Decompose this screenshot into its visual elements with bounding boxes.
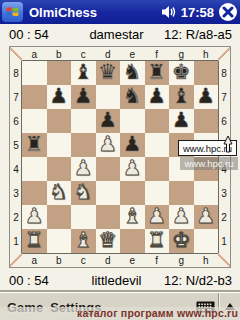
square-d1[interactable]: ♛ <box>96 229 121 253</box>
file-label-c: c <box>71 253 96 267</box>
square-b6[interactable] <box>47 109 72 133</box>
piece-black-bishop: ♝ <box>172 84 191 108</box>
piece-white-pawn: ♟ <box>123 156 142 180</box>
board-corner <box>218 47 230 61</box>
square-e1[interactable] <box>120 229 145 253</box>
piece-white-queen: ♛ <box>98 228 117 252</box>
square-e2[interactable]: ♝ <box>120 205 145 229</box>
start-menu-button[interactable] <box>2 2 23 22</box>
rank-label-3: 3 <box>10 181 22 205</box>
square-a1[interactable]: ♜ <box>22 229 47 253</box>
rank-label-2: 2 <box>218 205 230 229</box>
piece-white-bishop: ♝ <box>123 204 142 228</box>
file-label-f: f <box>145 47 170 61</box>
speaker-icon[interactable] <box>161 5 176 19</box>
square-g3[interactable] <box>169 181 194 205</box>
file-label-b: b <box>47 47 72 61</box>
file-label-e: e <box>120 253 145 267</box>
board-corner <box>10 47 22 61</box>
square-c1[interactable]: ♝ <box>71 229 96 253</box>
file-label-g: g <box>169 253 194 267</box>
piece-white-pawn: ♟ <box>98 132 117 156</box>
piece-black-pawn: ♟ <box>98 108 117 132</box>
piece-white-knight: ♞ <box>49 180 68 204</box>
square-f4[interactable] <box>145 157 170 181</box>
piece-black-bishop: ♝ <box>74 60 93 84</box>
rank-label-7: 7 <box>218 85 230 109</box>
square-a3[interactable] <box>22 181 47 205</box>
square-h7[interactable]: ♟ <box>194 85 219 109</box>
rank-label-8: 8 <box>10 61 22 85</box>
square-b8[interactable] <box>47 61 72 85</box>
square-g8[interactable]: ♚ <box>169 61 194 85</box>
file-label-g: g <box>169 47 194 61</box>
piece-black-knight: ♞ <box>123 84 142 108</box>
piece-black-pawn: ♟ <box>49 84 68 108</box>
file-label-c: c <box>71 47 96 61</box>
piece-black-pawn: ♟ <box>123 132 142 156</box>
square-c5[interactable] <box>71 133 96 157</box>
square-d5[interactable]: ♟ <box>96 133 121 157</box>
square-b3[interactable]: ♞ <box>47 181 72 205</box>
rank-label-1: 1 <box>218 229 230 253</box>
square-c4[interactable]: ♟ <box>71 157 96 181</box>
system-clock[interactable]: 17:58 <box>181 5 214 20</box>
square-d4[interactable] <box>96 157 121 181</box>
square-h1[interactable] <box>194 229 219 253</box>
square-h8[interactable] <box>194 61 219 85</box>
piece-black-pawn: ♟ <box>147 84 166 108</box>
rank-label-6: 6 <box>10 109 22 133</box>
square-b4[interactable] <box>47 157 72 181</box>
board-corner <box>218 253 230 267</box>
square-d3[interactable] <box>96 181 121 205</box>
piece-black-king: ♚ <box>172 60 191 84</box>
square-e8[interactable]: ♞ <box>120 61 145 85</box>
square-f7[interactable]: ♟ <box>145 85 170 109</box>
rank-label-8: 8 <box>218 61 230 85</box>
file-label-f: f <box>145 253 170 267</box>
square-e7[interactable]: ♞ <box>120 85 145 109</box>
olmichess-app-window: OlmiChess 17:58 00 : 54 damestar <box>0 0 240 320</box>
piece-white-knight: ♞ <box>74 180 93 204</box>
square-e6[interactable] <box>120 109 145 133</box>
file-label-d: d <box>96 253 121 267</box>
stylus-cursor-icon <box>222 135 234 158</box>
piece-white-pawn: ♟ <box>172 204 191 228</box>
square-c8[interactable]: ♝ <box>71 61 96 85</box>
square-a4[interactable] <box>22 157 47 181</box>
square-f6[interactable] <box>145 109 170 133</box>
square-e3[interactable] <box>120 181 145 205</box>
bottom-player-bar: 00 : 54 littledevil 12: N/d2-b3 <box>0 270 240 291</box>
bottom-player-name: littledevil <box>87 273 146 288</box>
windows-logo-icon <box>5 5 20 19</box>
piece-black-knight: ♞ <box>123 60 142 84</box>
square-e4[interactable]: ♟ <box>120 157 145 181</box>
piece-white-pawn: ♟ <box>25 204 44 228</box>
piece-white-pawn: ♟ <box>196 204 215 228</box>
piece-black-pawn: ♟ <box>196 84 215 108</box>
square-g2[interactable]: ♟ <box>169 205 194 229</box>
top-player-bar: 00 : 54 damestar 12: R/a8-a5 <box>0 24 240 45</box>
square-a6[interactable] <box>22 109 47 133</box>
board-corner <box>10 253 22 267</box>
file-label-b: b <box>47 253 72 267</box>
square-c2[interactable] <box>71 205 96 229</box>
square-e5[interactable]: ♟ <box>120 133 145 157</box>
file-label-h: h <box>194 253 219 267</box>
close-button[interactable] <box>219 3 237 21</box>
square-a7[interactable] <box>22 85 47 109</box>
bottom-player-clock: 00 : 54 <box>0 273 87 288</box>
rank-label-7: 7 <box>10 85 22 109</box>
top-player-last-move: 12: R/a8-a5 <box>146 27 240 42</box>
file-label-a: a <box>22 253 47 267</box>
file-label-e: e <box>120 47 145 61</box>
square-g7[interactable]: ♝ <box>169 85 194 109</box>
piece-white-bishop: ♝ <box>74 228 93 252</box>
square-a8[interactable] <box>22 61 47 85</box>
rank-label-6: 6 <box>218 109 230 133</box>
square-d2[interactable] <box>96 205 121 229</box>
square-d7[interactable] <box>96 85 121 109</box>
square-b7[interactable]: ♟ <box>47 85 72 109</box>
square-b5[interactable] <box>47 133 72 157</box>
square-h3[interactable] <box>194 181 219 205</box>
top-player-name: damestar <box>87 27 146 42</box>
piece-white-king: ♚ <box>172 228 191 252</box>
square-d6[interactable]: ♟ <box>96 109 121 133</box>
bottom-player-last-move: 12: N/d2-b3 <box>146 273 240 288</box>
square-a2[interactable]: ♟ <box>22 205 47 229</box>
piece-black-pawn: ♟ <box>172 108 191 132</box>
hpc-banner: каталог программ www.hpc.ru <box>0 307 240 320</box>
square-h6[interactable] <box>194 109 219 133</box>
piece-black-rook: ♜ <box>147 60 166 84</box>
watermark-shadow: www.hpc.ru <box>180 157 238 170</box>
square-c3[interactable]: ♞ <box>71 181 96 205</box>
piece-white-rook: ♜ <box>25 228 44 252</box>
piece-white-pawn: ♟ <box>147 204 166 228</box>
rank-label-2: 2 <box>10 205 22 229</box>
top-player-clock: 00 : 54 <box>0 27 87 42</box>
square-b1[interactable] <box>47 229 72 253</box>
square-c6[interactable] <box>71 109 96 133</box>
rank-label-4: 4 <box>10 157 22 181</box>
rank-label-1: 1 <box>10 229 22 253</box>
piece-black-rook: ♜ <box>25 132 44 156</box>
rank-label-3: 3 <box>218 181 230 205</box>
square-f3[interactable] <box>145 181 170 205</box>
square-f5[interactable] <box>145 133 170 157</box>
piece-white-pawn: ♟ <box>74 156 93 180</box>
piece-white-rook: ♜ <box>147 228 166 252</box>
square-f8[interactable]: ♜ <box>145 61 170 85</box>
square-b2[interactable] <box>47 205 72 229</box>
piece-black-queen: ♛ <box>98 60 117 84</box>
close-icon <box>222 6 234 18</box>
square-g1[interactable]: ♚ <box>169 229 194 253</box>
title-bar: OlmiChess 17:58 <box>0 0 240 24</box>
square-c7[interactable]: ♟ <box>71 85 96 109</box>
square-f1[interactable]: ♜ <box>145 229 170 253</box>
square-a5[interactable]: ♜ <box>22 133 47 157</box>
app-title: OlmiChess <box>29 5 97 20</box>
file-label-h: h <box>194 47 219 61</box>
file-label-d: d <box>96 47 121 61</box>
square-f2[interactable]: ♟ <box>145 205 170 229</box>
square-d8[interactable]: ♛ <box>96 61 121 85</box>
file-label-a: a <box>22 47 47 61</box>
piece-black-pawn: ♟ <box>74 84 93 108</box>
square-g6[interactable]: ♟ <box>169 109 194 133</box>
rank-label-5: 5 <box>10 133 22 157</box>
square-h2[interactable]: ♟ <box>194 205 219 229</box>
